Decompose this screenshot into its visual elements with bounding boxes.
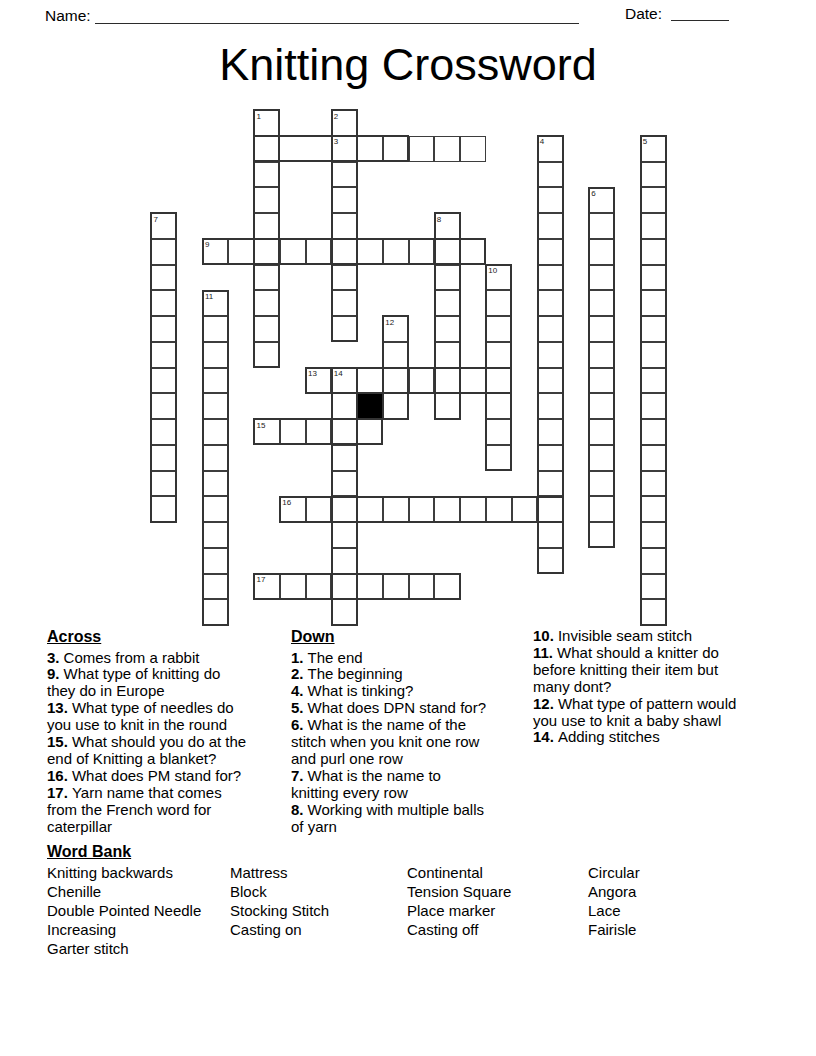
grid-cell-r10c15[interactable] <box>537 368 563 394</box>
grid-cell-r13c7[interactable] <box>331 445 357 471</box>
grid-cell-r14c15[interactable] <box>537 471 563 497</box>
grid-cell-r13c15[interactable] <box>537 445 563 471</box>
grid-cell-r12c13[interactable] <box>486 419 512 445</box>
clue-down-7: 7.What is the name to knitting every row <box>291 768 533 802</box>
down-clues-section: Down 1.The end2.The beginning4.What is t… <box>291 628 533 835</box>
grid-cell-r9c0[interactable] <box>151 342 177 368</box>
grid-cell-r2c19[interactable] <box>640 162 666 188</box>
clue-text: What is the name to knitting every row <box>291 767 441 801</box>
clue-number: 9. <box>47 665 60 682</box>
word-bank-item: Garter stitch <box>47 939 201 958</box>
grid-cell-r11c9[interactable] <box>383 393 409 419</box>
grid-cell-r5c7[interactable] <box>331 239 357 265</box>
grid-cell-r12c0[interactable] <box>151 419 177 445</box>
grid-cell-r15c8[interactable] <box>357 496 383 522</box>
clue-down-5: 5.What does DPN stand for? <box>291 700 533 717</box>
clue-down-8: 8.Working with multiple balls of yarn <box>291 802 533 836</box>
clue-text: Yarn name that comes from the French wor… <box>47 784 222 835</box>
grid-cell-r7c15[interactable] <box>537 290 563 316</box>
grid-cell-r1c11[interactable] <box>434 136 460 162</box>
grid-cell-r17c2[interactable] <box>203 548 229 574</box>
grid-cell-r12c15[interactable] <box>537 419 563 445</box>
grid-cell-r3c4[interactable] <box>254 187 280 213</box>
word-bank-item: Casting off <box>407 920 511 939</box>
grid-cell-r11c19[interactable] <box>640 393 666 419</box>
grid-cell-r9c19[interactable] <box>640 342 666 368</box>
word-bank-item: Circular <box>588 863 640 882</box>
cell-number-2: 2 <box>334 112 338 121</box>
clue-across-9: 9.What type of knitting do they do in Eu… <box>47 666 287 700</box>
grid-cell-r6c15[interactable] <box>537 265 563 291</box>
grid-cell-r17c15[interactable] <box>537 548 563 574</box>
word-bank-item: Angora <box>588 882 640 901</box>
grid-cell-r5c6[interactable] <box>306 239 332 265</box>
clue-number: 12. <box>533 695 554 712</box>
grid-cell-r5c19[interactable] <box>640 239 666 265</box>
grid-cell-r11c7[interactable] <box>331 393 357 419</box>
clue-text: What type of knitting do they do in Euro… <box>47 665 220 699</box>
clue-text: What should you do at the end of Knittin… <box>47 733 246 767</box>
word-bank-column-4: CircularAngoraLaceFairisle <box>588 863 640 939</box>
cell-number-10: 10 <box>488 266 497 275</box>
clue-down-4: 4.What is tinking? <box>291 683 533 700</box>
clue-down-2: 2.The beginning <box>291 666 533 683</box>
grid-cell-r14c2[interactable] <box>203 471 229 497</box>
clue-across-15: 15.What should you do at the end of Knit… <box>47 734 287 768</box>
grid-cell-r6c7[interactable] <box>331 265 357 291</box>
grid-cell-r7c4[interactable] <box>254 290 280 316</box>
word-bank-column-2: MattressBlockStocking StitchCasting on <box>230 863 329 939</box>
grid-cell-r6c4[interactable] <box>254 265 280 291</box>
grid-cell-r12c8[interactable] <box>357 419 383 445</box>
grid-cell-r1c12[interactable] <box>460 136 486 162</box>
grid-cell-r0c4[interactable]: 1 <box>254 110 280 136</box>
grid-cell-r13c0[interactable] <box>151 445 177 471</box>
grid-cell-r6c19[interactable] <box>640 265 666 291</box>
grid-cell-r10c19[interactable] <box>640 368 666 394</box>
grid-cell-r4c0[interactable]: 7 <box>151 213 177 239</box>
grid-cell-r10c11[interactable] <box>434 368 460 394</box>
clue-text: Invisible seam stitch <box>558 627 692 644</box>
grid-cell-r15c12[interactable] <box>460 496 486 522</box>
clue-number: 15. <box>47 733 68 750</box>
grid-cell-r15c7[interactable] <box>331 496 357 522</box>
clue-across-13: 13.What type of needles do you use to kn… <box>47 700 287 734</box>
grid-cell-r11c13[interactable] <box>486 393 512 419</box>
clue-text: What does DPN stand for? <box>308 699 486 716</box>
cell-number-6: 6 <box>591 189 595 198</box>
word-bank-item: Continental <box>407 863 511 882</box>
grid-cell-r5c9[interactable] <box>383 239 409 265</box>
grid-cell-r10c0[interactable] <box>151 368 177 394</box>
grid-cell-r15c0[interactable] <box>151 496 177 522</box>
word-bank-item: Lace <box>588 901 640 920</box>
word-bank-item: Place marker <box>407 901 511 920</box>
grid-cell-r11c0[interactable] <box>151 393 177 419</box>
grid-cell-r15c15[interactable] <box>537 496 563 522</box>
grid-cell-r1c19[interactable]: 5 <box>640 136 666 162</box>
grid-cell-r12c2[interactable] <box>203 419 229 445</box>
grid-cell-r8c19[interactable] <box>640 316 666 342</box>
grid-cell-r6c11[interactable] <box>434 265 460 291</box>
grid-cell-r2c15[interactable] <box>537 162 563 188</box>
grid-cell-r9c2[interactable] <box>203 342 229 368</box>
grid-cell-r9c4[interactable] <box>254 342 280 368</box>
grid-cell-r5c8[interactable] <box>357 239 383 265</box>
cell-number-14: 14 <box>334 369 343 378</box>
cell-number-1: 1 <box>257 112 261 121</box>
grid-cell-r5c17[interactable] <box>589 239 615 265</box>
grid-cell-r1c8[interactable] <box>357 136 383 162</box>
grid-cell-r10c6[interactable]: 13 <box>306 368 332 394</box>
clue-text: Working with multiple balls of yarn <box>291 801 484 835</box>
grid-cell-r18c5[interactable] <box>280 574 306 600</box>
grid-cell-r12c19[interactable] <box>640 419 666 445</box>
word-bank-column-1: Knitting backwardsChenilleDouble Pointed… <box>47 863 201 958</box>
down-heading: Down <box>291 628 533 645</box>
clue-text: What is the name of the stitch when you … <box>291 716 479 767</box>
grid-cell-r9c11[interactable] <box>434 342 460 368</box>
grid-cell-r15c5[interactable]: 16 <box>280 496 306 522</box>
grid-cell-r18c19[interactable] <box>640 574 666 600</box>
grid-cell-r10c17[interactable] <box>589 368 615 394</box>
cell-number-9: 9 <box>205 240 209 249</box>
word-bank-item: Mattress <box>230 863 329 882</box>
grid-cell-r12c17[interactable] <box>589 419 615 445</box>
grid-cell-r2c4[interactable] <box>254 162 280 188</box>
grid-cell-r10c8[interactable] <box>357 368 383 394</box>
grid-cell-r6c17[interactable] <box>589 265 615 291</box>
word-bank-item: Chenille <box>47 882 201 901</box>
grid-cell-r14c0[interactable] <box>151 471 177 497</box>
grid-cell-r1c15[interactable]: 4 <box>537 136 563 162</box>
page-title: Knitting Crossword <box>0 38 816 92</box>
clue-number: 17. <box>47 784 68 801</box>
grid-cell-r12c5[interactable] <box>280 419 306 445</box>
across-clues-section: Across 3.Comes from a rabbit9.What type … <box>47 628 287 835</box>
grid-cell-r19c7[interactable] <box>331 599 357 625</box>
name-date-header: Name: Date: <box>45 6 771 28</box>
date-label: Date: <box>625 6 662 22</box>
grid-cell-r13c13[interactable] <box>486 445 512 471</box>
grid-cell-r10c12[interactable] <box>460 368 486 394</box>
grid-cell-r19c2[interactable] <box>203 599 229 625</box>
cell-number-5: 5 <box>643 137 647 146</box>
clue-across-3: 3.Comes from a rabbit <box>47 650 287 667</box>
cell-number-11: 11 <box>205 292 213 301</box>
grid-cell-r3c7[interactable] <box>331 187 357 213</box>
grid-cell-r7c17[interactable] <box>589 290 615 316</box>
grid-cell-r9c9[interactable] <box>383 342 409 368</box>
grid-cell-r8c11[interactable] <box>434 316 460 342</box>
grid-cell-r8c13[interactable] <box>486 316 512 342</box>
clue-text: What type of needles do you use to knit … <box>47 699 234 733</box>
grid-cell-r1c7[interactable]: 3 <box>331 136 357 162</box>
grid-cell-r18c8[interactable] <box>357 574 383 600</box>
clue-number: 7. <box>291 767 304 784</box>
grid-cell-r18c9[interactable] <box>383 574 409 600</box>
grid-cell-r16c7[interactable] <box>331 522 357 548</box>
grid-cell-r5c3[interactable] <box>228 239 254 265</box>
grid-cell-r9c17[interactable] <box>589 342 615 368</box>
grid-cell-r18c6[interactable] <box>306 574 332 600</box>
grid-cell-r15c11[interactable] <box>434 496 460 522</box>
clue-number: 11. <box>533 644 553 661</box>
cell-number-17: 17 <box>257 575 266 584</box>
clue-number: 6. <box>291 716 304 733</box>
cell-number-4: 4 <box>540 137 544 146</box>
clue-down-11: 11.What should a knitter do before knitt… <box>533 645 789 696</box>
grid-cell-r10c2[interactable] <box>203 368 229 394</box>
grid-cell-r7c13[interactable] <box>486 290 512 316</box>
grid-cell-r8c15[interactable] <box>537 316 563 342</box>
clue-text: The end <box>308 649 363 666</box>
grid-cell-r4c7[interactable] <box>331 213 357 239</box>
clue-number: 1. <box>291 649 304 666</box>
clue-down-10: 10.Invisible seam stitch <box>533 628 789 645</box>
worksheet-page: Name: Date: Knitting Crossword 123456789… <box>0 0 816 1056</box>
grid-cell-r5c15[interactable] <box>537 239 563 265</box>
grid-cell-r13c2[interactable] <box>203 445 229 471</box>
clue-number: 2. <box>291 665 304 682</box>
clue-down-6: 6.What is the name of the stitch when yo… <box>291 717 533 768</box>
clue-across-16: 16.What does PM stand for? <box>47 768 287 785</box>
grid-cell-r14c19[interactable] <box>640 471 666 497</box>
grid-cell-r15c10[interactable] <box>409 496 435 522</box>
word-bank-item: Block <box>230 882 329 901</box>
grid-cell-r12c6[interactable] <box>306 419 332 445</box>
grid-cell-r11c15[interactable] <box>537 393 563 419</box>
clue-text: Comes from a rabbit <box>64 649 200 666</box>
grid-cell-r6c13[interactable]: 10 <box>486 265 512 291</box>
grid-cell-r16c15[interactable] <box>537 522 563 548</box>
grid-cell-r11c17[interactable] <box>589 393 615 419</box>
grid-cell-r15c6[interactable] <box>306 496 332 522</box>
clue-text: The beginning <box>308 665 403 682</box>
down-clues-continued-section: 10.Invisible seam stitch11.What should a… <box>533 628 789 746</box>
cell-number-3: 3 <box>334 137 338 146</box>
grid-cell-r18c4[interactable]: 17 <box>254 574 280 600</box>
date-field-line[interactable] <box>671 6 729 21</box>
grid-cell-r18c10[interactable] <box>409 574 435 600</box>
across-clue-list: 3.Comes from a rabbit9.What type of knit… <box>47 650 287 836</box>
grid-cell-r5c10[interactable] <box>409 239 435 265</box>
clue-text: What does PM stand for? <box>72 767 241 784</box>
cell-number-8: 8 <box>437 215 441 224</box>
clue-down-1: 1.The end <box>291 650 533 667</box>
clue-text: Adding stitches <box>558 728 660 745</box>
grid-cell-r3c17[interactable]: 6 <box>589 187 615 213</box>
grid-cell-r9c15[interactable] <box>537 342 563 368</box>
grid-cell-r14c7[interactable] <box>331 471 357 497</box>
grid-cell-r5c4[interactable] <box>254 239 280 265</box>
grid-cell-r4c11[interactable]: 8 <box>434 213 460 239</box>
cell-number-13: 13 <box>308 369 317 378</box>
grid-cell-r16c2[interactable] <box>203 522 229 548</box>
clue-down-14: 14.Adding stitches <box>533 729 789 746</box>
grid-cell-r15c13[interactable] <box>486 496 512 522</box>
word-bank-item: Fairisle <box>588 920 640 939</box>
grid-cell-r15c9[interactable] <box>383 496 409 522</box>
grid-cell-r4c17[interactable] <box>589 213 615 239</box>
grid-cell-r8c4[interactable] <box>254 316 280 342</box>
word-bank-item: Casting on <box>230 920 329 939</box>
grid-cell-r7c19[interactable] <box>640 290 666 316</box>
name-label: Name: <box>45 8 91 24</box>
grid-cell-r10c13[interactable] <box>486 368 512 394</box>
clue-number: 16. <box>47 767 68 784</box>
grid-cell-r8c9[interactable]: 12 <box>383 316 409 342</box>
grid-cell-r5c5[interactable] <box>280 239 306 265</box>
down-clue-list-continued: 10.Invisible seam stitch11.What should a… <box>533 628 789 746</box>
grid-cell-r4c4[interactable] <box>254 213 280 239</box>
grid-cell-r2c7[interactable] <box>331 162 357 188</box>
grid-cell-r18c11[interactable] <box>434 574 460 600</box>
grid-cell-r15c14[interactable] <box>512 496 538 522</box>
word-bank-item: Increasing <box>47 920 201 939</box>
grid-cell-r3c15[interactable] <box>537 187 563 213</box>
grid-cell-r13c17[interactable] <box>589 445 615 471</box>
grid-cell-r7c7[interactable] <box>331 290 357 316</box>
across-heading: Across <box>47 628 287 645</box>
grid-cell-r1c10[interactable] <box>409 136 435 162</box>
grid-cell-r5c11[interactable] <box>434 239 460 265</box>
grid-cell-r4c19[interactable] <box>640 213 666 239</box>
name-field-line[interactable] <box>95 9 579 24</box>
clue-across-17: 17.Yarn name that comes from the French … <box>47 785 287 836</box>
grid-cell-r8c0[interactable] <box>151 316 177 342</box>
grid-cell-r15c17[interactable] <box>589 496 615 522</box>
grid-cell-r12c7[interactable] <box>331 419 357 445</box>
grid-cell-r19c19[interactable] <box>640 599 666 625</box>
grid-cell-r5c12[interactable] <box>460 239 486 265</box>
grid-cell-r12c4[interactable]: 15 <box>254 419 280 445</box>
grid-cell-r9c13[interactable] <box>486 342 512 368</box>
grid-cell-r7c0[interactable] <box>151 290 177 316</box>
grid-cell-r8c17[interactable] <box>589 316 615 342</box>
clue-number: 3. <box>47 649 60 666</box>
grid-cell-r15c2[interactable] <box>203 496 229 522</box>
cell-number-12: 12 <box>385 318 394 327</box>
clue-number: 4. <box>291 682 304 699</box>
grid-cell-r1c9[interactable] <box>383 136 409 162</box>
grid-cell-r18c2[interactable] <box>203 574 229 600</box>
clue-down-12: 12.What type of pattern would you use to… <box>533 696 789 730</box>
clue-number: 14. <box>533 728 554 745</box>
clue-number: 5. <box>291 699 304 716</box>
grid-cell-r0c7[interactable]: 2 <box>331 110 357 136</box>
word-bank-item: Knitting backwards <box>47 863 201 882</box>
grid-cell-r6c0[interactable] <box>151 265 177 291</box>
grid-cell-r8c2[interactable] <box>203 316 229 342</box>
crossword-grid: 1234567891011121314151617 <box>151 110 666 625</box>
cell-number-16: 16 <box>282 498 291 507</box>
grid-cell-r14c17[interactable] <box>589 471 615 497</box>
grid-cell-r13c19[interactable] <box>640 445 666 471</box>
cell-number-15: 15 <box>257 421 266 430</box>
grid-cell-r15c19[interactable] <box>640 496 666 522</box>
black-cell-r11c8 <box>357 393 383 419</box>
clue-text: What type of pattern would you use to kn… <box>533 695 736 729</box>
grid-cell-r5c0[interactable] <box>151 239 177 265</box>
clue-text: What should a knitter do before knitting… <box>533 644 719 695</box>
grid-cell-r7c2[interactable]: 11 <box>203 290 229 316</box>
grid-cell-r11c2[interactable] <box>203 393 229 419</box>
word-bank-item: Stocking Stitch <box>230 901 329 920</box>
word-bank-column-3: ContinentalTension SquarePlace markerCas… <box>407 863 511 939</box>
clue-text: What is tinking? <box>308 682 414 699</box>
grid-cell-r3c19[interactable] <box>640 187 666 213</box>
clue-number: 8. <box>291 801 304 818</box>
grid-cell-r10c10[interactable] <box>409 368 435 394</box>
grid-cell-r1c4[interactable] <box>254 136 280 162</box>
grid-cell-r10c7[interactable]: 14 <box>331 368 357 394</box>
cell-number-7: 7 <box>154 215 158 224</box>
grid-cell-r8c7[interactable] <box>331 316 357 342</box>
down-clue-list: 1.The end2.The beginning4.What is tinkin… <box>291 650 533 836</box>
clue-number: 13. <box>47 699 68 716</box>
word-bank-item: Tension Square <box>407 882 511 901</box>
grid-cell-r17c7[interactable] <box>331 548 357 574</box>
clue-number: 10. <box>533 627 554 644</box>
grid-cell-r17c19[interactable] <box>640 548 666 574</box>
grid-cell-r7c11[interactable] <box>434 290 460 316</box>
grid-cell-r16c19[interactable] <box>640 522 666 548</box>
grid-cell-r4c15[interactable] <box>537 213 563 239</box>
word-bank-item: Double Pointed Needle <box>47 901 201 920</box>
grid-cell-r5c2[interactable]: 9 <box>203 239 229 265</box>
grid-cell-r11c11[interactable] <box>434 393 460 419</box>
grid-cell-r16c17[interactable] <box>589 522 615 548</box>
grid-cell-r10c9[interactable] <box>383 368 409 394</box>
word-bank-heading: Word Bank <box>47 843 131 860</box>
grid-cell-r18c7[interactable] <box>331 574 357 600</box>
